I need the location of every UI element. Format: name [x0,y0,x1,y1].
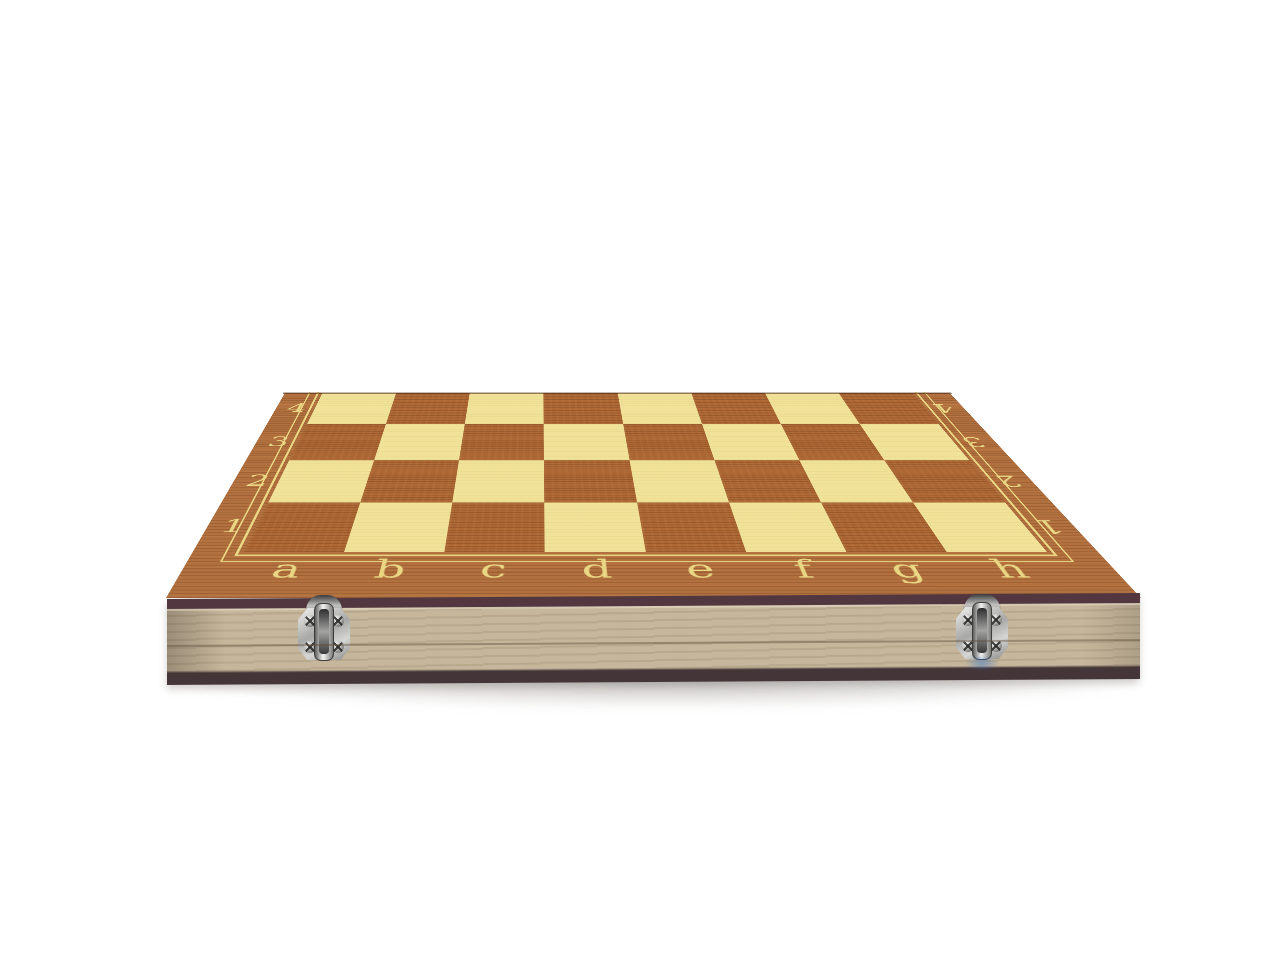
square-d3 [544,424,629,460]
box-front-face [167,593,1140,685]
rank-label-left-3: 3 [257,435,299,448]
square-d1 [545,502,646,552]
product-photo: abcdefgh 4321 4321 [0,0,1280,960]
square-d2 [544,460,636,502]
square-a3 [289,424,386,460]
file-label-f: f [789,557,817,582]
file-label-b: b [372,557,409,582]
square-b2 [360,460,459,502]
board-grid [244,393,1048,552]
square-a2 [268,460,374,502]
square-a4 [307,393,396,424]
square-c4 [465,393,544,424]
right-latch [953,599,1011,669]
rank-label-left-1: 1 [208,517,259,535]
latch-blue-reflection [965,655,999,671]
square-b1 [344,502,452,552]
left-latch [295,600,353,670]
file-label-g: g [884,557,929,582]
square-c3 [459,424,544,460]
file-label-d: d [581,557,614,582]
square-e2 [629,460,729,502]
square-c1 [445,502,545,552]
latch-hasp [314,603,334,661]
file-label-h: h [985,557,1035,582]
rank-label-left-2: 2 [235,473,281,488]
square-a1 [244,502,361,552]
file-label-c: c [479,557,508,582]
rank-label-left-4: 4 [277,403,316,414]
square-e3 [623,424,714,460]
square-b3 [374,424,465,460]
box-lid-perspective: abcdefgh 4321 4321 [68,43,1141,598]
square-c2 [452,460,544,502]
file-label-e: e [683,557,718,582]
latch-hasp [972,602,992,660]
chessboard-lid: abcdefgh 4321 4321 [166,393,1141,598]
square-e1 [637,502,746,552]
square-b4 [386,393,470,424]
square-e4 [617,393,701,424]
file-label-a: a [267,557,306,582]
square-d4 [544,393,623,424]
